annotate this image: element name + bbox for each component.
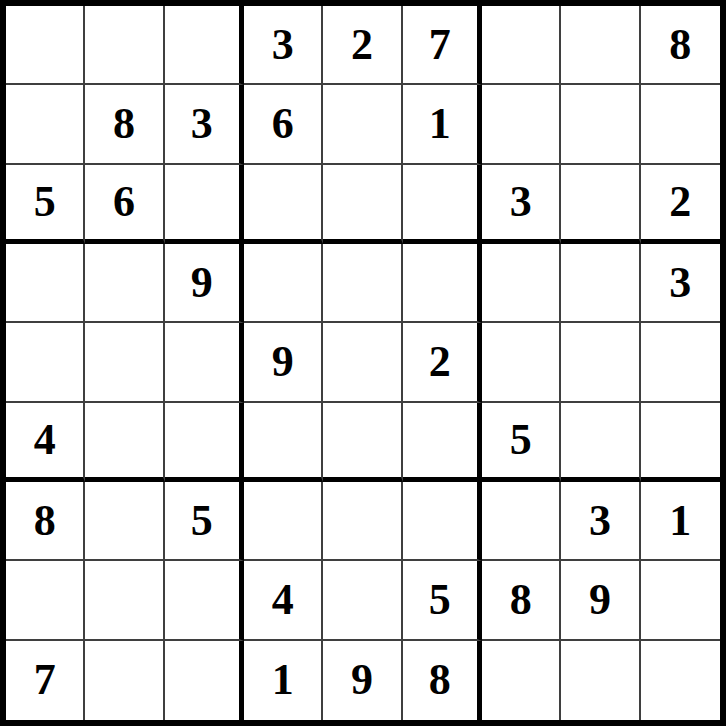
cell-r1c3[interactable] (165, 6, 244, 85)
cell-r6c2[interactable] (85, 403, 164, 482)
cell-r4c7[interactable] (482, 244, 561, 323)
cell-r7c9[interactable]: 1 (641, 482, 720, 561)
cell-r1c5[interactable]: 2 (323, 6, 402, 85)
cell-r2c3[interactable]: 3 (165, 85, 244, 164)
cell-r1c9[interactable]: 8 (641, 6, 720, 85)
cell-r7c5[interactable] (323, 482, 402, 561)
cell-r8c1[interactable] (6, 561, 85, 640)
cell-r4c6[interactable] (403, 244, 482, 323)
cell-r1c6[interactable]: 7 (403, 6, 482, 85)
cell-r5c2[interactable] (85, 323, 164, 402)
cell-r9c6[interactable]: 8 (403, 641, 482, 720)
cell-r8c9[interactable] (641, 561, 720, 640)
cell-r7c6[interactable] (403, 482, 482, 561)
cell-r6c7[interactable]: 5 (482, 403, 561, 482)
cell-r2c6[interactable]: 1 (403, 85, 482, 164)
cell-r9c1[interactable]: 7 (6, 641, 85, 720)
cell-r3c5[interactable] (323, 165, 402, 244)
cell-r8c4[interactable]: 4 (244, 561, 323, 640)
cell-r9c2[interactable] (85, 641, 164, 720)
cell-r4c9[interactable]: 3 (641, 244, 720, 323)
cell-r2c7[interactable] (482, 85, 561, 164)
cell-r2c8[interactable] (561, 85, 640, 164)
cell-r4c1[interactable] (6, 244, 85, 323)
cell-r3c6[interactable] (403, 165, 482, 244)
cell-r3c2[interactable]: 6 (85, 165, 164, 244)
cell-r5c4[interactable]: 9 (244, 323, 323, 402)
cell-r6c3[interactable] (165, 403, 244, 482)
cell-r3c1[interactable]: 5 (6, 165, 85, 244)
cell-r8c3[interactable] (165, 561, 244, 640)
cell-r6c9[interactable] (641, 403, 720, 482)
sudoku-board: 327883615632939245853145897198 (0, 0, 726, 726)
cell-r6c6[interactable] (403, 403, 482, 482)
cell-r9c5[interactable]: 9 (323, 641, 402, 720)
cell-r6c8[interactable] (561, 403, 640, 482)
cell-r3c7[interactable]: 3 (482, 165, 561, 244)
cell-r4c5[interactable] (323, 244, 402, 323)
cell-r2c4[interactable]: 6 (244, 85, 323, 164)
cell-r3c3[interactable] (165, 165, 244, 244)
cell-r9c8[interactable] (561, 641, 640, 720)
cell-r8c7[interactable]: 8 (482, 561, 561, 640)
cell-r5c7[interactable] (482, 323, 561, 402)
cell-r5c6[interactable]: 2 (403, 323, 482, 402)
cell-r6c5[interactable] (323, 403, 402, 482)
cell-r1c1[interactable] (6, 6, 85, 85)
cell-r8c8[interactable]: 9 (561, 561, 640, 640)
cell-r1c8[interactable] (561, 6, 640, 85)
cell-r2c9[interactable] (641, 85, 720, 164)
cell-r4c3[interactable]: 9 (165, 244, 244, 323)
cell-r5c3[interactable] (165, 323, 244, 402)
cell-r2c5[interactable] (323, 85, 402, 164)
cell-r4c8[interactable] (561, 244, 640, 323)
cell-r9c9[interactable] (641, 641, 720, 720)
cell-r9c4[interactable]: 1 (244, 641, 323, 720)
cell-r1c2[interactable] (85, 6, 164, 85)
cell-r6c1[interactable]: 4 (6, 403, 85, 482)
cell-r2c1[interactable] (6, 85, 85, 164)
cell-r6c4[interactable] (244, 403, 323, 482)
cell-r7c4[interactable] (244, 482, 323, 561)
cell-r7c2[interactable] (85, 482, 164, 561)
cell-r4c4[interactable] (244, 244, 323, 323)
cell-r5c1[interactable] (6, 323, 85, 402)
cell-r7c7[interactable] (482, 482, 561, 561)
cell-r8c5[interactable] (323, 561, 402, 640)
cell-r9c7[interactable] (482, 641, 561, 720)
cell-r5c5[interactable] (323, 323, 402, 402)
cell-r5c9[interactable] (641, 323, 720, 402)
cell-r8c2[interactable] (85, 561, 164, 640)
cell-r4c2[interactable] (85, 244, 164, 323)
cell-r1c7[interactable] (482, 6, 561, 85)
cell-r3c4[interactable] (244, 165, 323, 244)
cell-r5c8[interactable] (561, 323, 640, 402)
cell-r3c9[interactable]: 2 (641, 165, 720, 244)
cell-r8c6[interactable]: 5 (403, 561, 482, 640)
cell-r7c8[interactable]: 3 (561, 482, 640, 561)
cell-r7c1[interactable]: 8 (6, 482, 85, 561)
cell-r9c3[interactable] (165, 641, 244, 720)
cell-r3c8[interactable] (561, 165, 640, 244)
cell-r2c2[interactable]: 8 (85, 85, 164, 164)
cell-r1c4[interactable]: 3 (244, 6, 323, 85)
cell-r7c3[interactable]: 5 (165, 482, 244, 561)
